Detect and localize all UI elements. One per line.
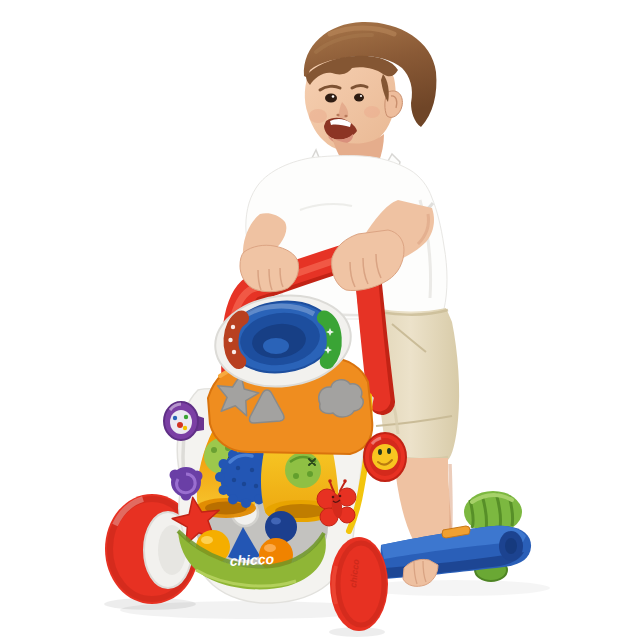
baby-left-eye (325, 93, 337, 102)
red-arc-mark (231, 325, 235, 329)
left-turtle-spot1 (211, 447, 217, 453)
baby-left-eye-glint (332, 95, 335, 98)
tray-yellow-ball-highlight (201, 536, 213, 544)
right-turtle-spot1 (293, 473, 299, 479)
blue-ball-bump (219, 485, 229, 495)
butterfly-eye (332, 496, 335, 499)
ring-bead-green (184, 415, 188, 419)
blue-ball-dot (236, 466, 240, 470)
baby-cheek-left (309, 109, 327, 123)
red-arc-mark (228, 338, 232, 342)
bowl-hub (263, 338, 289, 354)
blue-ball-dot (242, 482, 246, 486)
baby-nostril-left (336, 114, 339, 116)
right-turtle-spot2 (307, 471, 313, 477)
stabiliser-bar (381, 526, 531, 579)
butterfly-antenna-tip (343, 479, 347, 483)
smiley-eye (378, 449, 382, 455)
smiley-eye (387, 448, 391, 454)
baby-right-eye (354, 94, 364, 102)
smiley-face (372, 444, 398, 470)
blue-ball-dot (254, 484, 258, 488)
baby-left-fist (240, 245, 299, 292)
baby-nostril-right (344, 115, 347, 117)
blue-ball-bump (228, 495, 238, 505)
bar-shadow (360, 580, 550, 596)
butterfly-eye (339, 495, 342, 498)
red-arc-mark (232, 350, 236, 354)
smiley-knob (364, 433, 406, 481)
ring-ball (170, 410, 192, 434)
navy-ball-highlight (271, 518, 281, 525)
ring-bead-blue (173, 416, 177, 420)
baby-cheek-right (364, 106, 380, 118)
blue-ball-dot (232, 478, 236, 482)
tray-brand-label: chicco (229, 551, 275, 569)
blue-ball-bump (219, 459, 229, 469)
blue-ball-bump (215, 472, 225, 482)
blue-ball-dot (250, 468, 254, 472)
blue-ball-bump (241, 498, 251, 508)
right-wheel: chicco (330, 537, 388, 631)
navy-clapper-ball (265, 511, 297, 543)
photo-canvas: chicco (0, 0, 640, 640)
baby-right-eye-glint (360, 95, 362, 97)
bar-end-hub-inner (505, 538, 517, 554)
photo-illustration: chicco (0, 0, 640, 640)
right-turtle-knob (285, 452, 321, 488)
butterfly-antenna-tip (328, 479, 332, 483)
ring-bead-yellow (183, 426, 187, 430)
walker: chicco (105, 255, 531, 631)
ring-bead-red (177, 422, 183, 428)
